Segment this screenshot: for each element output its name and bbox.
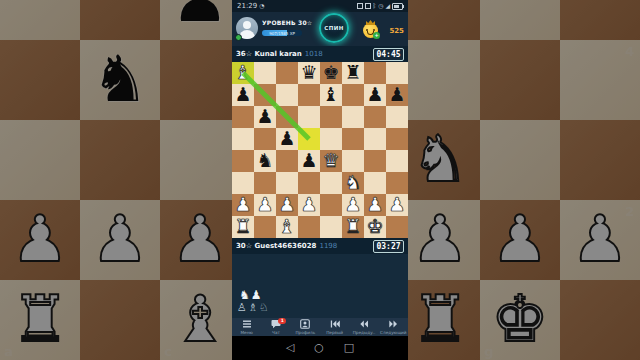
black-king-e8[interactable]: ♚ <box>320 62 342 84</box>
square-a2[interactable]: ♟ <box>232 194 254 216</box>
square-f4[interactable] <box>342 150 364 172</box>
online-status-dot <box>235 34 242 41</box>
square-g4[interactable] <box>364 150 386 172</box>
white-pawn-b2[interactable]: ♟ <box>254 194 276 216</box>
white-pawn-c2[interactable]: ♟ <box>276 194 298 216</box>
xp-progress-bar: 907/1585 XP <box>262 30 302 36</box>
opponent-row[interactable]: 36☆ Kunal karan 1018 04:45 <box>232 46 408 62</box>
toolbar-label: Первый <box>326 330 343 335</box>
square-f8[interactable]: ♜ <box>342 62 364 84</box>
coin-balance: 525 <box>389 27 404 35</box>
bg-file-label-c: c <box>164 344 172 359</box>
player-row[interactable]: 30☆ Guest46636028 1198 03:27 <box>232 238 408 254</box>
square-e7[interactable]: ♝ <box>320 84 342 106</box>
square-b6[interactable]: ♟ <box>254 106 276 128</box>
bg-square-c4 <box>160 40 240 120</box>
battery-icon <box>392 3 403 10</box>
square-f6[interactable] <box>342 106 364 128</box>
captured-pawn-icon: ♙ <box>237 302 247 314</box>
bg-square-c3 <box>160 120 240 200</box>
square-c7[interactable] <box>276 84 298 106</box>
signal-icon: ◢ <box>385 3 390 9</box>
square-d5[interactable] <box>298 128 320 150</box>
clock-time-text: 21:29 <box>237 2 257 10</box>
bg-black-pawn-c5: ♟ <box>160 0 240 40</box>
white-pawn-h2[interactable]: ♟ <box>386 194 408 216</box>
white-knight-f3[interactable]: ♞ <box>342 172 364 194</box>
black-rook-f8[interactable]: ♜ <box>342 62 364 84</box>
square-d7[interactable] <box>298 84 320 106</box>
add-coins-badge: + <box>373 32 380 39</box>
recents-button[interactable]: □ <box>344 336 354 360</box>
square-a8[interactable]: ♝ <box>232 62 254 84</box>
toolbar-label: Следующий <box>380 330 406 335</box>
square-g7[interactable]: ♟ <box>364 84 386 106</box>
white-bishop-a8[interactable]: ♝ <box>232 62 254 84</box>
square-e4[interactable]: ♛ <box>320 150 342 172</box>
bg-square-f5 <box>400 0 480 40</box>
app-header: УРОВЕНЬ 30☆ 907/1585 XP СПИН + 525 <box>232 12 408 46</box>
toolbar-label: Чат <box>272 330 280 335</box>
back-button[interactable]: ◁ <box>286 336 294 360</box>
square-g1[interactable]: ♚ <box>364 216 386 238</box>
avatar-person-icon <box>243 21 251 29</box>
square-g2[interactable]: ♟ <box>364 194 386 216</box>
square-h8[interactable] <box>386 62 408 84</box>
android-nav-bar: ◁ ○ □ <box>232 336 408 360</box>
toolbar-menu-button[interactable]: Меню <box>232 318 261 336</box>
phone-screen: 21:29 ◔ ᛒ ◷ ◢ УРОВЕНЬ 30☆ 907/1585 XP <box>232 0 408 360</box>
square-h3[interactable] <box>386 172 408 194</box>
bg-square-b2: ♟ <box>80 200 160 280</box>
toolbar-skip-first-button[interactable]: Первый <box>320 318 349 336</box>
square-a6[interactable] <box>232 106 254 128</box>
bluetooth-icon: ᛒ <box>373 3 377 9</box>
square-a5[interactable] <box>232 128 254 150</box>
bg-white-pawn-f2: ♟ <box>400 200 480 280</box>
white-bishop-c1[interactable]: ♝ <box>276 216 298 238</box>
toolbar-next-button[interactable]: Следующий <box>379 318 408 336</box>
square-a3[interactable] <box>232 172 254 194</box>
square-h2[interactable]: ♟ <box>386 194 408 216</box>
square-e8[interactable]: ♚ <box>320 62 342 84</box>
square-e3[interactable] <box>320 172 342 194</box>
bg-square-b4: ♞ <box>80 40 160 120</box>
screenshot-root: ♟♞♟♛♞♟♟♟♟♟♟♟♜♝♜♚42acg 21:29 ◔ ᛒ ◷ ◢ <box>0 0 640 360</box>
black-bishop-e7[interactable]: ♝ <box>320 84 342 106</box>
bg-square-g3 <box>480 120 560 200</box>
bg-square-b1 <box>80 280 160 360</box>
bg-white-pawn-b2: ♟ <box>80 200 160 280</box>
square-b5[interactable] <box>254 128 276 150</box>
black-pawn-g7[interactable]: ♟ <box>364 84 386 106</box>
skip-first-icon <box>330 319 340 329</box>
square-f2[interactable]: ♟ <box>342 194 364 216</box>
white-rook-f1[interactable]: ♜ <box>342 216 364 238</box>
opponent-clock: 04:45 <box>373 48 404 61</box>
square-e5[interactable] <box>320 128 342 150</box>
player-rating: 1198 <box>319 242 370 250</box>
prev-icon <box>359 319 369 329</box>
toolbar-prev-button[interactable]: Предыду.. <box>349 318 378 336</box>
bg-square-g5 <box>480 0 560 40</box>
opponent-rating: 1018 <box>305 50 370 58</box>
bg-file-label-g: g <box>484 344 493 359</box>
square-b2[interactable]: ♟ <box>254 194 276 216</box>
app-status-icon <box>365 3 371 9</box>
bg-file-label-a: a <box>4 344 13 359</box>
square-f3[interactable]: ♞ <box>342 172 364 194</box>
toolbar-label: Профиль <box>295 330 315 335</box>
chess-board[interactable]: ♝♛♚♜♟♝♟♟♟♟♞♟♛♞♟♟♟♟♟♟♟♜♝♜♚ <box>232 62 408 238</box>
bg-square-g2: ♟ <box>480 200 560 280</box>
square-d8[interactable]: ♛ <box>298 62 320 84</box>
square-d6[interactable] <box>298 106 320 128</box>
bg-white-pawn-g2: ♟ <box>480 200 560 280</box>
square-e2[interactable] <box>320 194 342 216</box>
square-b7[interactable] <box>254 84 276 106</box>
status-icons: ᛒ ◷ ◢ <box>357 3 403 10</box>
bg-square-h3 <box>560 120 640 200</box>
opponent-name: 36☆ Kunal karan <box>236 50 302 58</box>
toolbar-label: Меню <box>240 330 252 335</box>
bg-square-c2: ♟ <box>160 200 240 280</box>
bg-white-bishop-c1: ♝ <box>160 280 240 360</box>
next-icon <box>388 319 398 329</box>
square-b3[interactable] <box>254 172 276 194</box>
white-pawn-g2[interactable]: ♟ <box>364 194 386 216</box>
bg-square-a3 <box>0 120 80 200</box>
square-c2[interactable]: ♟ <box>276 194 298 216</box>
white-queen-e4[interactable]: ♛ <box>320 150 342 172</box>
spin-label: СПИН <box>324 25 343 31</box>
square-a7[interactable]: ♟ <box>232 84 254 106</box>
square-a1[interactable]: ♜ <box>232 216 254 238</box>
square-h4[interactable] <box>386 150 408 172</box>
game-info-area: ♞♟ ♙♗♘ <box>232 254 408 318</box>
bg-white-knight-f3: ♞ <box>400 120 480 200</box>
black-knight-b4[interactable]: ♞ <box>254 150 276 172</box>
square-g6[interactable] <box>364 106 386 128</box>
square-g5[interactable] <box>364 128 386 150</box>
captured-pieces-black: ♙♗♘ <box>237 302 269 314</box>
square-f1[interactable]: ♜ <box>342 216 364 238</box>
captured-bishop-icon: ♗ <box>248 302 258 314</box>
bg-square-b5 <box>80 0 160 40</box>
white-king-g1[interactable]: ♚ <box>364 216 386 238</box>
bg-square-c1: ♝ <box>160 280 240 360</box>
square-h6[interactable] <box>386 106 408 128</box>
bg-square-b3 <box>80 120 160 200</box>
black-pawn-a7[interactable]: ♟ <box>232 84 254 106</box>
spin-button[interactable]: СПИН <box>319 13 349 43</box>
bg-square-h1 <box>560 280 640 360</box>
square-c3[interactable] <box>276 172 298 194</box>
square-e1[interactable] <box>320 216 342 238</box>
bg-square-a4 <box>0 40 80 120</box>
bottom-toolbar: Меню1ЧатПрофильПервыйПредыду..Следующий <box>232 318 408 336</box>
emoji-coin-icon[interactable]: + <box>363 23 378 38</box>
status-time: 21:29 ◔ <box>237 2 264 10</box>
toolbar-profile-button[interactable]: Профиль <box>291 318 320 336</box>
bg-white-rook-f1: ♜ <box>400 280 480 360</box>
square-d1[interactable] <box>298 216 320 238</box>
toolbar-chat-button[interactable]: 1Чат <box>261 318 290 336</box>
bg-rank-label-2: 2 <box>625 204 634 219</box>
black-pawn-h7[interactable]: ♟ <box>386 84 408 106</box>
square-h1[interactable] <box>386 216 408 238</box>
menu-icon <box>242 319 252 329</box>
bg-square-g4 <box>480 40 560 120</box>
square-g3[interactable] <box>364 172 386 194</box>
chat-unread-badge: 1 <box>278 318 286 324</box>
black-pawn-c5[interactable]: ♟ <box>276 128 298 150</box>
bg-square-f1: ♜ <box>400 280 480 360</box>
bg-rank-label-4: 4 <box>625 44 634 59</box>
square-b8[interactable] <box>254 62 276 84</box>
player-name: 30☆ Guest46636028 <box>236 242 316 250</box>
player-clock: 03:27 <box>373 240 404 253</box>
square-d2[interactable]: ♟ <box>298 194 320 216</box>
white-rook-a1[interactable]: ♜ <box>232 216 254 238</box>
bg-white-pawn-c2: ♟ <box>160 200 240 280</box>
crown-icon <box>366 20 375 25</box>
bg-square-f3: ♞ <box>400 120 480 200</box>
bg-square-c5: ♟ <box>160 0 240 40</box>
profile-icon <box>300 319 310 329</box>
bg-square-f4 <box>400 40 480 120</box>
alarm-icon: ◷ <box>378 3 383 9</box>
square-h5[interactable] <box>386 128 408 150</box>
square-f5[interactable] <box>342 128 364 150</box>
black-queen-d8[interactable]: ♛ <box>298 62 320 84</box>
square-b1[interactable] <box>254 216 276 238</box>
square-a4[interactable] <box>232 150 254 172</box>
status-bar: 21:29 ◔ ᛒ ◷ ◢ <box>232 0 408 12</box>
app-status-icon <box>357 3 363 9</box>
square-h7[interactable]: ♟ <box>386 84 408 106</box>
captured-knight-icon: ♘ <box>259 302 269 314</box>
square-c8[interactable] <box>276 62 298 84</box>
bg-square-f2: ♟ <box>400 200 480 280</box>
square-c6[interactable] <box>276 106 298 128</box>
square-c1[interactable]: ♝ <box>276 216 298 238</box>
xp-text: 907/1585 XP <box>262 31 302 36</box>
black-pawn-d4[interactable]: ♟ <box>298 150 320 172</box>
bg-black-knight-b4: ♞ <box>80 40 160 120</box>
square-b4[interactable]: ♞ <box>254 150 276 172</box>
level-label: УРОВЕНЬ 30☆ <box>262 19 312 26</box>
bg-white-pawn-a2: ♟ <box>0 200 80 280</box>
black-pawn-b6[interactable]: ♟ <box>254 106 276 128</box>
screen-record-icon: ◔ <box>259 3 264 9</box>
bg-square-h5 <box>560 0 640 40</box>
white-pawn-d2[interactable]: ♟ <box>298 194 320 216</box>
white-pawn-a2[interactable]: ♟ <box>232 194 254 216</box>
square-c4[interactable] <box>276 150 298 172</box>
toolbar-label: Предыду.. <box>353 330 376 335</box>
square-d3[interactable] <box>298 172 320 194</box>
square-g8[interactable] <box>364 62 386 84</box>
square-f7[interactable] <box>342 84 364 106</box>
square-e6[interactable] <box>320 106 342 128</box>
square-d4[interactable]: ♟ <box>298 150 320 172</box>
home-button[interactable]: ○ <box>314 336 324 360</box>
bg-square-a2: ♟ <box>0 200 80 280</box>
square-c5[interactable]: ♟ <box>276 128 298 150</box>
white-pawn-f2[interactable]: ♟ <box>342 194 364 216</box>
bg-square-a5 <box>0 0 80 40</box>
